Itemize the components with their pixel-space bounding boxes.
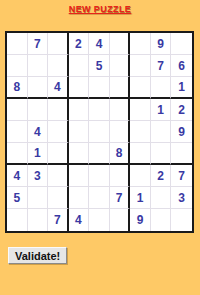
cell-r7c6[interactable] <box>110 165 131 187</box>
cell-r5c3[interactable] <box>48 121 69 143</box>
cell-r9c7[interactable]: 9 <box>130 209 151 231</box>
cell-r5c1[interactable] <box>7 121 28 143</box>
cell-r1c7[interactable] <box>130 33 151 55</box>
cell-r5c4[interactable] <box>69 121 90 143</box>
cell-r3c1[interactable]: 8 <box>7 77 28 99</box>
cell-r6c1[interactable] <box>7 143 28 165</box>
cell-r9c5[interactable] <box>89 209 110 231</box>
cell-r7c7[interactable] <box>130 165 151 187</box>
cell-r8c4[interactable] <box>69 187 90 209</box>
cell-r7c4[interactable] <box>69 165 90 187</box>
cell-r4c8[interactable]: 1 <box>151 99 172 121</box>
cell-r1c6[interactable] <box>110 33 131 55</box>
cell-r1c4[interactable]: 2 <box>69 33 90 55</box>
cell-r4c4[interactable] <box>69 99 90 121</box>
cell-r1c9[interactable] <box>171 33 192 55</box>
cell-r3c4[interactable] <box>69 77 90 99</box>
cell-r5c7[interactable] <box>130 121 151 143</box>
cell-r1c5[interactable]: 4 <box>89 33 110 55</box>
cell-r9c1[interactable] <box>7 209 28 231</box>
validate-button[interactable]: Validate! <box>8 247 67 264</box>
cell-r5c9[interactable]: 9 <box>171 121 192 143</box>
cell-r2c6[interactable] <box>110 55 131 77</box>
cell-r8c1[interactable]: 5 <box>7 187 28 209</box>
cell-r8c2[interactable] <box>28 187 49 209</box>
cell-r3c6[interactable] <box>110 77 131 99</box>
cell-r7c5[interactable] <box>89 165 110 187</box>
cell-r5c6[interactable] <box>110 121 131 143</box>
sudoku-board: 724957684112491843275713749 <box>5 31 194 233</box>
cell-r5c2[interactable]: 4 <box>28 121 49 143</box>
cell-r2c9[interactable]: 6 <box>171 55 192 77</box>
cell-r1c8[interactable]: 9 <box>151 33 172 55</box>
cell-r4c5[interactable] <box>89 99 110 121</box>
cell-r3c7[interactable] <box>130 77 151 99</box>
cell-r4c7[interactable] <box>130 99 151 121</box>
cell-r6c2[interactable]: 1 <box>28 143 49 165</box>
cell-r7c3[interactable] <box>48 165 69 187</box>
cell-r6c9[interactable] <box>171 143 192 165</box>
cell-r2c2[interactable] <box>28 55 49 77</box>
cell-r4c9[interactable]: 2 <box>171 99 192 121</box>
cell-r6c3[interactable] <box>48 143 69 165</box>
cell-r8c8[interactable] <box>151 187 172 209</box>
cell-r2c4[interactable] <box>69 55 90 77</box>
cell-r9c4[interactable]: 4 <box>69 209 90 231</box>
cell-r8c6[interactable]: 7 <box>110 187 131 209</box>
cell-r8c7[interactable]: 1 <box>130 187 151 209</box>
cell-r6c7[interactable] <box>130 143 151 165</box>
cell-r7c8[interactable]: 2 <box>151 165 172 187</box>
cell-r4c6[interactable] <box>110 99 131 121</box>
cell-r2c3[interactable] <box>48 55 69 77</box>
cell-r9c2[interactable] <box>28 209 49 231</box>
cell-r7c1[interactable]: 4 <box>7 165 28 187</box>
page-title: NEW PUZZLE <box>0 4 200 14</box>
cell-r7c9[interactable]: 7 <box>171 165 192 187</box>
cell-r5c8[interactable] <box>151 121 172 143</box>
cell-r3c8[interactable] <box>151 77 172 99</box>
cell-r4c3[interactable] <box>48 99 69 121</box>
cell-r6c8[interactable] <box>151 143 172 165</box>
cell-r4c1[interactable] <box>7 99 28 121</box>
cell-r6c5[interactable] <box>89 143 110 165</box>
cell-r8c3[interactable] <box>48 187 69 209</box>
cell-r1c1[interactable] <box>7 33 28 55</box>
cell-r4c2[interactable] <box>28 99 49 121</box>
cell-r9c8[interactable] <box>151 209 172 231</box>
cell-r2c8[interactable]: 7 <box>151 55 172 77</box>
cell-r3c3[interactable]: 4 <box>48 77 69 99</box>
cell-r6c4[interactable] <box>69 143 90 165</box>
cell-r2c7[interactable] <box>130 55 151 77</box>
cell-r5c5[interactable] <box>89 121 110 143</box>
cell-r8c5[interactable] <box>89 187 110 209</box>
cell-r8c9[interactable]: 3 <box>171 187 192 209</box>
cell-r9c9[interactable] <box>171 209 192 231</box>
cell-r1c3[interactable] <box>48 33 69 55</box>
cell-r3c2[interactable] <box>28 77 49 99</box>
cell-r6c6[interactable]: 8 <box>110 143 131 165</box>
cell-r3c5[interactable] <box>89 77 110 99</box>
cell-r1c2[interactable]: 7 <box>28 33 49 55</box>
cell-r7c2[interactable]: 3 <box>28 165 49 187</box>
cell-r2c1[interactable] <box>7 55 28 77</box>
cell-r2c5[interactable]: 5 <box>89 55 110 77</box>
cell-r9c6[interactable] <box>110 209 131 231</box>
cell-r3c9[interactable]: 1 <box>171 77 192 99</box>
cell-r9c3[interactable]: 7 <box>48 209 69 231</box>
